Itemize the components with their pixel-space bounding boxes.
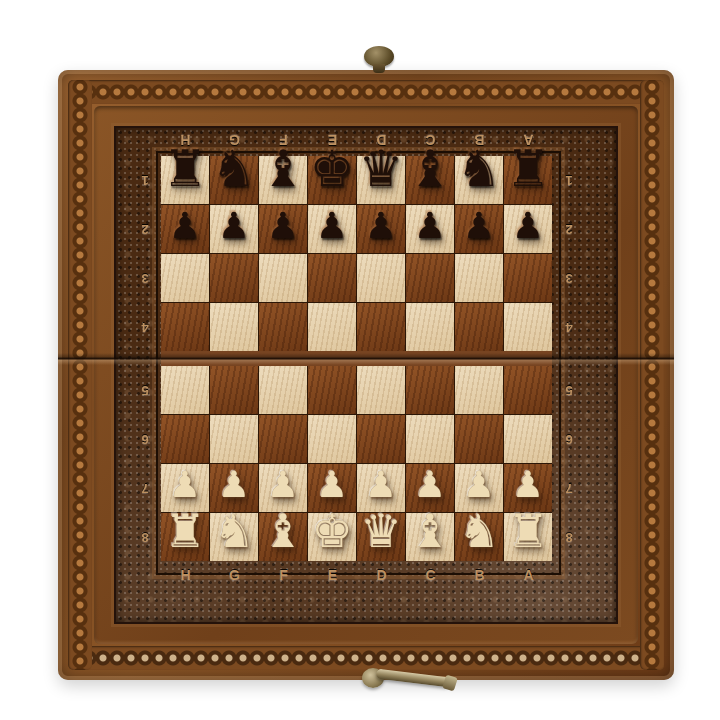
black-king[interactable]: ♚ — [310, 144, 355, 194]
coordinate-label: 7 — [132, 464, 158, 512]
coordinate-label: 1 — [132, 156, 158, 204]
square-h4[interactable] — [161, 303, 209, 351]
coordinate-label: G — [210, 132, 259, 148]
white-pawn[interactable]: ♟ — [316, 467, 348, 503]
coordinate-label: C — [406, 567, 455, 583]
coordinate-label: D — [357, 567, 406, 583]
square-h6[interactable] — [161, 415, 209, 463]
coordinate-label: 6 — [132, 415, 158, 463]
white-bishop[interactable]: ♝ — [409, 508, 450, 554]
coordinate-label: 8 — [556, 513, 582, 561]
square-g5[interactable] — [210, 366, 258, 414]
square-f4[interactable] — [259, 303, 307, 351]
coordinate-label: 7 — [556, 464, 582, 512]
coordinate-label: 6 — [556, 415, 582, 463]
latch-bar — [376, 669, 451, 688]
black-pawn[interactable]: ♟ — [365, 208, 397, 244]
coordinate-label: 4 — [556, 303, 582, 351]
coordinate-label: 3 — [556, 254, 582, 302]
black-bishop[interactable]: ♝ — [261, 144, 306, 194]
square-e5[interactable] — [308, 366, 356, 414]
square-a1[interactable]: ♜ — [504, 156, 552, 204]
coordinate-label: B — [455, 567, 504, 583]
black-rook[interactable]: ♜ — [506, 144, 551, 194]
square-b3[interactable] — [455, 254, 503, 302]
rank-labels-right: 12345678 — [556, 70, 582, 680]
clasp-knob-neck — [373, 64, 385, 73]
coordinate-label: 3 — [132, 254, 158, 302]
square-a6[interactable] — [504, 415, 552, 463]
black-pawn[interactable]: ♟ — [218, 208, 250, 244]
square-g3[interactable] — [210, 254, 258, 302]
square-c8[interactable]: ♝ — [406, 513, 454, 561]
coordinate-label: G — [210, 567, 259, 583]
file-labels-bottom: HGFEDCBA — [161, 567, 553, 583]
black-pawn[interactable]: ♟ — [169, 208, 201, 244]
coordinate-label: 2 — [556, 205, 582, 253]
file-labels-top: HGFEDCBA — [161, 132, 553, 148]
square-a8[interactable]: ♜ — [504, 513, 552, 561]
coordinate-label: F — [259, 567, 308, 583]
clasp-knob — [364, 46, 394, 73]
white-pawn[interactable]: ♟ — [365, 467, 397, 503]
coordinate-label: A — [504, 132, 553, 148]
coordinate-label: H — [161, 567, 210, 583]
square-b4[interactable] — [455, 303, 503, 351]
square-d3[interactable] — [357, 254, 405, 302]
hook-latch — [362, 664, 458, 698]
square-b2[interactable]: ♟ — [455, 205, 503, 253]
coordinate-label: 4 — [132, 303, 158, 351]
square-g1[interactable]: ♞ — [210, 156, 258, 204]
square-e3[interactable] — [308, 254, 356, 302]
white-rook[interactable]: ♜ — [507, 508, 548, 554]
square-b5[interactable] — [455, 366, 503, 414]
black-rook[interactable]: ♜ — [163, 144, 208, 194]
square-c3[interactable] — [406, 254, 454, 302]
black-pawn[interactable]: ♟ — [316, 208, 348, 244]
square-f1[interactable]: ♝ — [259, 156, 307, 204]
square-e2[interactable]: ♟ — [308, 205, 356, 253]
square-d8[interactable]: ♛ — [357, 513, 405, 561]
black-pawn[interactable]: ♟ — [414, 208, 446, 244]
black-pawn[interactable]: ♟ — [512, 208, 544, 244]
white-knight[interactable]: ♞ — [458, 508, 499, 554]
white-pawn[interactable]: ♟ — [267, 467, 299, 503]
coordinate-label: C — [406, 132, 455, 148]
white-knight[interactable]: ♞ — [213, 508, 254, 554]
black-pawn[interactable]: ♟ — [463, 208, 495, 244]
square-f8[interactable]: ♝ — [259, 513, 307, 561]
coordinate-label: 1 — [556, 156, 582, 204]
black-knight[interactable]: ♞ — [457, 144, 502, 194]
black-bishop[interactable]: ♝ — [408, 144, 453, 194]
square-g8[interactable]: ♞ — [210, 513, 258, 561]
white-pawn[interactable]: ♟ — [512, 467, 544, 503]
square-f2[interactable]: ♟ — [259, 205, 307, 253]
square-h5[interactable] — [161, 366, 209, 414]
square-d1[interactable]: ♛ — [357, 156, 405, 204]
chess-board: ♜♞♝♚♛♝♞♜♟♟♟♟♟♟♟♟ — [161, 156, 552, 351]
white-pawn[interactable]: ♟ — [218, 467, 250, 503]
square-d5[interactable] — [357, 366, 405, 414]
square-e8[interactable]: ♚ — [308, 513, 356, 561]
coordinate-label: E — [308, 132, 357, 148]
square-h2[interactable]: ♟ — [161, 205, 209, 253]
square-a5[interactable] — [504, 366, 552, 414]
square-d6[interactable] — [357, 415, 405, 463]
black-knight[interactable]: ♞ — [212, 144, 257, 194]
white-rook[interactable]: ♜ — [164, 508, 205, 554]
white-queen[interactable]: ♛ — [360, 508, 401, 554]
coordinate-label: 5 — [556, 366, 582, 414]
square-a2[interactable]: ♟ — [504, 205, 552, 253]
square-f5[interactable] — [259, 366, 307, 414]
coordinate-label: 5 — [132, 366, 158, 414]
black-pawn[interactable]: ♟ — [267, 208, 299, 244]
carved-chain-border-left — [68, 80, 92, 670]
latch-tip — [442, 674, 458, 691]
carved-chain-border-right — [640, 80, 664, 670]
white-pawn[interactable]: ♟ — [414, 467, 446, 503]
square-c1[interactable]: ♝ — [406, 156, 454, 204]
square-b8[interactable]: ♞ — [455, 513, 503, 561]
square-a4[interactable] — [504, 303, 552, 351]
coordinate-label: A — [504, 567, 553, 583]
square-f3[interactable] — [259, 254, 307, 302]
square-e4[interactable] — [308, 303, 356, 351]
square-e6[interactable] — [308, 415, 356, 463]
coordinate-label: F — [259, 132, 308, 148]
square-f6[interactable] — [259, 415, 307, 463]
square-c5[interactable] — [406, 366, 454, 414]
white-king[interactable]: ♚ — [311, 508, 352, 554]
square-d4[interactable] — [357, 303, 405, 351]
square-h8[interactable]: ♜ — [161, 513, 209, 561]
square-h1[interactable]: ♜ — [161, 156, 209, 204]
coordinate-label: 2 — [132, 205, 158, 253]
white-pawn[interactable]: ♟ — [463, 467, 495, 503]
square-e1[interactable]: ♚ — [308, 156, 356, 204]
white-bishop[interactable]: ♝ — [262, 508, 303, 554]
coordinate-label: D — [357, 132, 406, 148]
square-g6[interactable] — [210, 415, 258, 463]
coordinate-label: B — [455, 132, 504, 148]
chess-box: ♜♞♝♚♛♝♞♜♟♟♟♟♟♟♟♟ ♟♟♟♟♟♟♟♟♜♞♝♚♛♝♞♜ HGFEDC… — [58, 70, 674, 680]
square-c6[interactable] — [406, 415, 454, 463]
black-queen[interactable]: ♛ — [359, 144, 404, 194]
chess-board-lower-half: ♟♟♟♟♟♟♟♟♜♞♝♚♛♝♞♜ — [161, 366, 552, 561]
square-a3[interactable] — [504, 254, 552, 302]
square-c2[interactable]: ♟ — [406, 205, 454, 253]
square-b6[interactable] — [455, 415, 503, 463]
white-pawn[interactable]: ♟ — [169, 467, 201, 503]
coordinate-label: E — [308, 567, 357, 583]
square-d2[interactable]: ♟ — [357, 205, 405, 253]
coordinate-label: H — [161, 132, 210, 148]
square-g4[interactable] — [210, 303, 258, 351]
square-c4[interactable] — [406, 303, 454, 351]
square-h3[interactable] — [161, 254, 209, 302]
coordinate-label: 8 — [132, 513, 158, 561]
chess-box-photo: ♜♞♝♚♛♝♞♜♟♟♟♟♟♟♟♟ ♟♟♟♟♟♟♟♟♜♞♝♚♛♝♞♜ HGFEDC… — [0, 0, 720, 720]
square-g2[interactable]: ♟ — [210, 205, 258, 253]
square-b1[interactable]: ♞ — [455, 156, 503, 204]
rank-labels-left: 12345678 — [132, 70, 158, 680]
